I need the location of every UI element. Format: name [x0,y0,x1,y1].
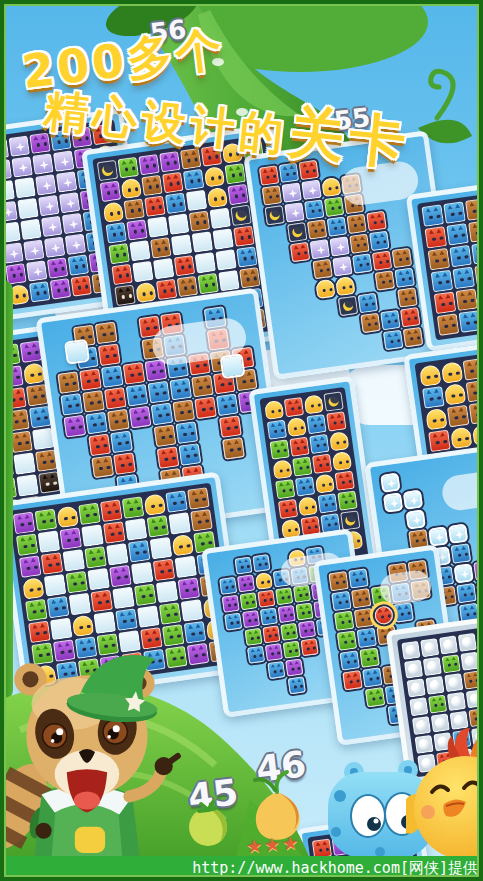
tile-blue-owl [151,403,174,426]
tile-blue-owl [422,386,445,409]
tile-blue-owl [393,602,413,622]
tile-ice-cell [147,216,168,237]
tile-brown-bear [313,259,333,279]
tile-blue-owl [183,169,204,190]
tile-blue-owl [291,567,309,585]
tile-red-fox [188,353,211,376]
tile-blue-owl [452,267,475,290]
tile-red-fox [425,226,448,249]
tile-red-fox [201,145,222,166]
tile-blue-owl [126,384,149,407]
tile-ice-cell [150,537,173,560]
tile-ice-cell [175,556,198,579]
tile-red-fox [326,411,346,431]
tile-red-fox [41,552,64,575]
tile-ice-cube [476,580,483,600]
tile-blue-owl [456,583,476,603]
tile-red-fox [299,160,319,180]
tile-blue-owl [47,596,70,619]
tile-frozen-animal [44,237,65,258]
tile-blue-owl [318,493,338,513]
tile-ice-cell [14,177,35,198]
tile-yellow-chick [222,142,243,163]
tile-purple-cat [59,527,82,550]
tile-blue-owl [304,199,324,219]
tile-brown-bear [154,424,177,447]
tile-brown-bear [142,337,165,360]
tile-blue-owl [148,381,171,404]
tile-purple-cat [50,278,71,299]
tile-red-fox [123,362,146,385]
tile-blue-owl [179,443,202,466]
tile-brown-bear [222,437,245,460]
tile-green-frog [198,273,219,294]
tile-yellow-chick [103,201,124,222]
tile-red-fox [278,499,298,519]
tile-blue-owl [395,268,415,288]
tile-red-fox [88,434,111,457]
tile-yellow-chick [329,431,349,451]
tile-red-fox [174,255,195,276]
tile-banana [338,296,358,316]
tile-green-frog [159,602,182,625]
tile-red-fox [100,499,123,522]
tile-brown-bear [469,402,483,425]
tile-brown-bear [82,390,105,413]
tile-ice-cell [69,593,92,616]
tile-brown-bear [392,248,412,268]
tile-yellow-chick [444,383,467,406]
tile-ice-cell [13,452,36,475]
tile-yellow-chick [264,400,284,420]
tile-frozen-animal [53,150,74,171]
tile-green-frog [371,585,391,605]
tile-purple-cat [222,595,240,613]
tile-red-fox [98,343,121,366]
tile-red-fox [372,251,392,271]
tile-ice-cell [125,518,148,541]
tile-brown-bear [463,358,483,381]
tile-brown-bear [408,560,428,580]
tile-brown-bear [474,264,483,287]
tile-red-fox [259,165,279,185]
tile-ice-cube [380,473,400,493]
tile-purple-cat [278,605,296,623]
raccoon-mascot [0,645,198,857]
tile-brown-bear [328,571,348,591]
tile-brown-bear [428,248,451,271]
tile-blue-owl [252,554,270,572]
tile-yellow-chick [419,364,442,387]
tile-ice-cell [210,208,231,229]
tile-ice-cell [129,240,150,261]
tile-brown-bear [375,270,395,290]
tile-purple-cat [298,620,316,638]
tile-frozen-animal [59,192,80,213]
tile-blue-owl [471,242,483,265]
tile-purple-cat [71,127,92,148]
tile-ice-cell [0,222,21,243]
tile-yellow-chick [144,493,167,516]
tile-blue-owl [443,201,466,224]
tile-brown-bear [307,219,327,239]
tile-brown-bear [187,487,210,510]
tile-brown-bear [189,211,210,232]
tile-frozen-animal [9,135,30,156]
tile-brown-bear [351,588,371,608]
tile-ice-cell [153,258,174,279]
tile-yellow-chick [321,177,341,197]
tile-ice-cell [17,198,38,219]
watermark-url: http://www.hackhome.com[网侠]提供 [192,859,478,878]
tile-brown-bear [347,214,367,234]
tile-banana [323,391,343,411]
tile-banana [265,205,285,225]
tile-yellow-chick [425,408,448,431]
tile-blue-owl [169,378,192,401]
tile-red-fox [113,452,136,475]
tile-blue-owl [358,293,378,313]
tile-red-fox [90,590,113,613]
tile-purple-cat [47,257,68,278]
tile-brown-bear [190,509,213,532]
tile-ice-cell [0,180,15,201]
tile-ice-cell [112,587,135,610]
tile-frozen-animal [0,201,18,222]
tile-purple-cat [129,406,152,429]
tile-blue-owl [260,608,278,626]
tile-brown-bear [397,287,417,307]
tile-ice-cell [16,474,39,497]
tile-green-frog [147,515,170,538]
tile-green-frog [280,623,298,641]
tile-green-frog [293,585,311,603]
tile-blue-owl [380,310,400,330]
tile-purple-cat [227,184,248,205]
tile-blue-owl [348,568,368,588]
tile-green-frog [275,587,293,605]
tile-red-fox [257,590,275,608]
tile-brown-bear [410,580,430,600]
tile-purple-cat [109,565,132,588]
tile-purple-cat [138,154,159,175]
tile-brown-bear [465,198,483,221]
tile-red-fox [153,559,176,582]
tile-ice-cell [63,549,86,572]
tile-frozen-animal [11,156,32,177]
tile-yellow-chick [477,285,483,308]
tile-yellow-chick [204,166,225,187]
tile-ice-cube [403,490,423,510]
tile-frozen-animal [330,236,350,256]
tile-frozen-animal [38,195,59,216]
tile-ice-cell [44,574,67,597]
tile-red-fox [284,397,304,417]
tile-frozen-animal [62,213,83,234]
tile-ice-cell [137,605,160,628]
tile-blue-owl [431,270,454,293]
tile-green-frog [337,490,357,510]
tile-green-frog [324,197,344,217]
tile-ice-cell [215,249,236,270]
tile-ice-cell [20,219,41,240]
tile-blue-owl [331,591,351,611]
tile-ice-cell [132,261,153,282]
tile-blue-owl [204,306,227,329]
tile-frozen-animal [35,174,56,195]
tile-blue-owl [29,281,50,302]
tile-red-fox [157,446,180,469]
tile-brown-bear [57,371,80,394]
tile-frozen-animal [32,153,53,174]
tile-frozen-animal [26,260,47,281]
tile-green-frog [296,603,314,621]
tile-green-frog [25,599,48,622]
tile-frozen-animal [0,138,9,159]
tile-blue-owl [106,222,127,243]
tile-frozen-animal [282,182,302,202]
tile-ice-cell [212,228,233,249]
tile-blue-owl [352,253,372,273]
tile-ice-cell [192,231,213,252]
tile-blue-owl [267,420,287,440]
tile-red-fox [400,307,420,327]
tile-green-frog [16,533,39,556]
tile-brown-bear [360,313,380,333]
tile-yellow-chick [472,423,483,446]
tile-red-fox [434,292,457,315]
tile-yellow-chick [135,282,156,303]
tile-red-fox [156,279,177,300]
tile-green-frog [122,496,145,519]
tile-ice-cell [195,252,216,273]
tile-green-frog [35,509,58,532]
tile-frozen-animal [284,202,304,222]
tile-yellow-chick [315,279,335,299]
tile-blue-owl [236,246,257,267]
tile-blue-owl [115,608,138,631]
tile-blue-owl [176,421,199,444]
tile-brown-bear [344,194,364,214]
tile-brown-bear [123,198,144,219]
tile-brown-bear [107,409,130,432]
tile-ice-cell [38,530,61,553]
tile-red-fox [289,437,309,457]
tile-red-fox [194,397,217,420]
tile-frozen-animal [2,242,23,263]
tile-blue-owl [421,204,444,227]
tile-red-fox [290,242,310,262]
tile-frozen-animal [301,180,321,200]
tile-blue-owl [369,231,389,251]
tile-green-frog [292,456,312,476]
tile-brown-bear [180,148,201,169]
tile-red-fox [104,387,127,410]
tile-purple-cat [64,415,87,438]
tile-ice-cell [171,234,192,255]
tile-red-fox [335,471,355,491]
tile-green-frog [118,157,139,178]
tile-brown-bear [466,380,483,403]
tile-ice-cube [448,524,468,544]
tile-red-fox [138,316,161,339]
tile-yellow-chick [72,615,95,638]
tile-ice-cell [106,543,129,566]
tile-ice-cell [186,190,207,211]
tile-blue-owl [383,330,403,350]
tile-yellow-chick [171,534,194,557]
tile-selected-red-fox [374,605,394,625]
tile-blue-owl [391,583,411,603]
tile-purple-cat [159,151,180,172]
tile-ice-cell [50,618,73,641]
tile-ice-cell [181,599,204,622]
tile-brown-bear [150,237,171,258]
tile-green-frog [78,503,101,526]
tile-green-frog [270,439,290,459]
tile-blue-owl [68,254,89,275]
tile-purple-cat [126,219,147,240]
tile-brown-bear [456,288,479,311]
tile-brown-bear [177,276,198,297]
tile-blue-owl [110,431,133,454]
tile-frozen-animal [332,256,352,276]
tile-brown-bear [349,234,369,254]
tile-brown-bear [91,455,114,478]
tile-red-fox [219,415,242,438]
tile-blue-owl [224,613,242,631]
tile-purple-cat [19,555,42,578]
tile-banana [97,160,118,181]
tile-black-mole [114,285,135,306]
tile-blue-owl [166,356,189,379]
tile-blue-owl [101,365,124,388]
tile-purple-cat [178,577,201,600]
tile-yellow-chick [288,549,306,567]
tile-purple-cat [100,181,121,202]
tile-purple-cat [242,610,260,628]
tile-blue-owl [459,310,482,333]
tile-red-fox [207,328,230,351]
tile-purple-cat [29,133,50,154]
tile-yellow-chick [298,496,318,516]
tile-yellow-chick [332,451,352,471]
tile-yellow-chick [121,178,142,199]
tile-brown-bear [403,327,423,347]
tile-yellow-chick [207,187,228,208]
tile-yellow-chick [441,361,464,384]
tile-frozen-animal [41,216,62,237]
tile-brown-bear [239,267,260,288]
tile-purple-cat [237,574,255,592]
tile-banana [287,222,307,242]
tile-red-fox [92,124,113,145]
tile-yellow-chick [272,459,292,479]
yellow-chick-character [406,726,483,856]
tile-banana [340,510,360,530]
tile-red-fox [160,313,183,336]
tile-blue-owl [449,245,472,268]
tile-blue-owl [85,412,108,435]
tile-yellow-chick [56,506,79,529]
tile-ice-cube [428,526,448,546]
tile-red-fox [162,172,183,193]
tile-green-frog [224,163,245,184]
tile-yellow-chick [255,572,273,590]
tile-yellow-chick [450,427,473,450]
board-right-top [417,188,483,341]
tile-frozen-animal [65,234,86,255]
tile-ice-cell [94,611,117,634]
tile-yellow-chick [335,276,355,296]
tile-yellow-chick [304,394,324,414]
tile-brown-bear [437,313,460,336]
ice-cube [220,353,246,379]
ice-cube [64,339,90,365]
tile-ice-cell [168,213,189,234]
tile-brown-bear [262,185,282,205]
tile-blue-owl [235,557,253,575]
tile-ice-cell [87,568,110,591]
tile-red-fox [71,275,92,296]
watermark-bar: http://www.hackhome.com[网侠]提供 [0,856,483,881]
tile-ice-cell [81,524,104,547]
tile-green-frog [334,611,354,631]
tile-brown-bear [95,322,118,345]
tile-blue-owl [451,543,471,563]
tile-brown-bear [191,375,214,398]
promo-screen: 5655454446 ★★★ [0,0,483,881]
tile-brown-bear [447,405,470,428]
tile-purple-cat [13,512,36,535]
tile-blue-owl [165,193,186,214]
tile-blue-owl [309,434,329,454]
tile-brown-bear [388,563,408,583]
tile-red-fox [233,225,254,246]
tile-red-fox [79,368,102,391]
tile-frozen-animal [56,171,77,192]
tile-banana [230,205,251,226]
tile-purple-cat [145,359,168,382]
tile-ice-cell [168,512,191,535]
tile-red-fox [144,196,165,217]
tile-green-frog [108,243,129,264]
tile-green-frog [84,546,107,569]
tile-blue-owl [165,490,188,513]
tile-blue-owl [50,130,71,151]
tile-blue-owl [306,414,326,434]
tile-brown-bear [141,175,162,196]
tile-frozen-animal [0,159,12,180]
tile-ice-cell [218,270,239,291]
tile-blue-owl [163,334,186,357]
tile-frozen-animal [23,239,44,260]
tile-brown-bear [354,608,374,628]
tile-purple-cat [473,560,483,580]
tile-green-frog [275,479,295,499]
tile-blue-owl [273,569,291,587]
tile-green-frog [66,571,89,594]
tile-ice-cell [131,562,154,585]
tile-green-frog [240,592,258,610]
tile-red-fox [366,211,386,231]
tile-brown-bear [468,220,483,243]
tile-ice-cube [454,563,474,583]
tile-ice-cell [156,580,179,603]
tile-blue-owl [279,163,299,183]
tile-brown-bear [172,400,195,423]
tile-red-fox [312,454,332,474]
